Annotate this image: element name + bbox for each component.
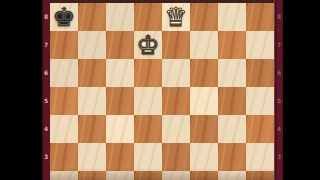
square-d6[interactable]	[134, 59, 162, 87]
square-b8[interactable]	[78, 3, 106, 31]
square-e7[interactable]	[162, 31, 190, 59]
board-frame-top	[50, 0, 274, 3]
square-d5[interactable]	[134, 87, 162, 115]
square-h2[interactable]	[246, 171, 274, 180]
square-h7[interactable]	[246, 31, 274, 59]
square-e2[interactable]	[162, 171, 190, 180]
white-queen-piece[interactable]: ♛	[162, 3, 190, 31]
square-h3[interactable]	[246, 143, 274, 171]
square-f3[interactable]	[190, 143, 218, 171]
square-b6[interactable]	[78, 59, 106, 87]
video-frame: 876543 876543 ♚♛♚	[0, 0, 320, 180]
board-viewport: ♚♛♚	[50, 0, 274, 180]
square-b2[interactable]	[78, 171, 106, 180]
square-f8[interactable]	[190, 3, 218, 31]
rank-label-8: 8	[42, 14, 50, 20]
square-a6[interactable]	[50, 59, 78, 87]
square-f5[interactable]	[190, 87, 218, 115]
square-a2[interactable]	[50, 171, 78, 180]
square-d4[interactable]	[134, 115, 162, 143]
square-e5[interactable]	[162, 87, 190, 115]
square-d2[interactable]	[134, 171, 162, 180]
chess-board: ♚♛♚	[50, 3, 274, 180]
rank-label-8: 8	[275, 14, 283, 20]
square-g7[interactable]	[218, 31, 246, 59]
square-g4[interactable]	[218, 115, 246, 143]
rank-label-5: 5	[42, 98, 50, 104]
square-f4[interactable]	[190, 115, 218, 143]
rank-label-6: 6	[275, 70, 283, 76]
square-a5[interactable]	[50, 87, 78, 115]
square-c8[interactable]	[106, 3, 134, 31]
square-g6[interactable]	[218, 59, 246, 87]
square-c7[interactable]	[106, 31, 134, 59]
square-b5[interactable]	[78, 87, 106, 115]
square-f6[interactable]	[190, 59, 218, 87]
square-f2[interactable]	[190, 171, 218, 180]
square-d8[interactable]	[134, 3, 162, 31]
square-a7[interactable]	[50, 31, 78, 59]
square-e4[interactable]	[162, 115, 190, 143]
square-c5[interactable]	[106, 87, 134, 115]
square-a3[interactable]	[50, 143, 78, 171]
square-h8[interactable]	[246, 3, 274, 31]
square-d7[interactable]: ♚	[134, 31, 162, 59]
square-e3[interactable]	[162, 143, 190, 171]
square-d3[interactable]	[134, 143, 162, 171]
rank-label-4: 4	[275, 126, 283, 132]
square-c4[interactable]	[106, 115, 134, 143]
square-g2[interactable]	[218, 171, 246, 180]
square-e8[interactable]: ♛	[162, 3, 190, 31]
square-g5[interactable]	[218, 87, 246, 115]
rank-label-7: 7	[275, 42, 283, 48]
square-a4[interactable]	[50, 115, 78, 143]
square-a8[interactable]: ♚	[50, 3, 78, 31]
square-e6[interactable]	[162, 59, 190, 87]
rank-label-4: 4	[42, 126, 50, 132]
black-king-piece[interactable]: ♚	[50, 3, 78, 31]
board-frame-right: 876543	[274, 0, 283, 180]
square-g3[interactable]	[218, 143, 246, 171]
square-h6[interactable]	[246, 59, 274, 87]
rank-label-5: 5	[275, 98, 283, 104]
square-b3[interactable]	[78, 143, 106, 171]
rank-label-7: 7	[42, 42, 50, 48]
square-c3[interactable]	[106, 143, 134, 171]
white-king-piece[interactable]: ♚	[134, 31, 162, 59]
square-c6[interactable]	[106, 59, 134, 87]
square-g8[interactable]	[218, 3, 246, 31]
square-b7[interactable]	[78, 31, 106, 59]
square-b4[interactable]	[78, 115, 106, 143]
rank-label-6: 6	[42, 70, 50, 76]
rank-label-3: 3	[275, 154, 283, 160]
square-c2[interactable]	[106, 171, 134, 180]
square-h4[interactable]	[246, 115, 274, 143]
square-h5[interactable]	[246, 87, 274, 115]
rank-label-3: 3	[42, 154, 50, 160]
square-f7[interactable]	[190, 31, 218, 59]
